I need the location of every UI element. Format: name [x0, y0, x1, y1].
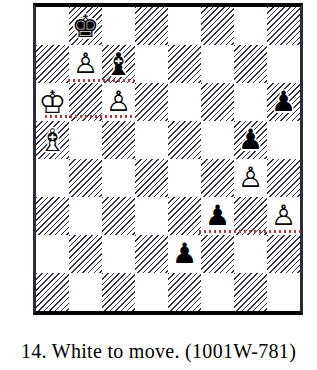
square-b4	[69, 159, 102, 197]
piece-white-pawn: ♟♙	[69, 45, 102, 83]
square-e5	[168, 121, 201, 159]
square-f6	[201, 83, 234, 121]
square-h1	[267, 273, 300, 311]
white-pawn-glyph: ♙	[106, 88, 131, 116]
square-g1	[234, 273, 267, 311]
square-g8	[234, 7, 267, 45]
square-a7	[36, 45, 69, 83]
square-a8	[36, 7, 69, 45]
chess-board-frame: ♚♚♟♙♝♝♚♔♟♙♟♟♝♗♟♟♟♙♟♟♟♙♟♟	[33, 3, 303, 315]
square-h5	[267, 121, 300, 159]
square-c7: ♝♝	[102, 45, 135, 83]
square-g5: ♟♟	[234, 121, 267, 159]
white-pawn-glyph: ♙	[271, 202, 296, 230]
square-d3	[135, 197, 168, 235]
square-h7	[267, 45, 300, 83]
black-king-glyph: ♚	[72, 11, 100, 42]
square-g6	[234, 83, 267, 121]
piece-black-king: ♚♚	[69, 7, 102, 45]
square-f1	[201, 273, 234, 311]
square-b1	[69, 273, 102, 311]
square-a5: ♝♗	[36, 121, 69, 159]
diagram-caption: 14. White to move. (1001W-781)	[0, 340, 317, 363]
white-bishop-glyph: ♗	[39, 125, 67, 156]
square-g4: ♟♙	[234, 159, 267, 197]
black-pawn-glyph: ♟	[271, 88, 296, 116]
piece-black-pawn: ♟♟	[234, 121, 267, 159]
square-e4	[168, 159, 201, 197]
square-d4	[135, 159, 168, 197]
square-g7	[234, 45, 267, 83]
square-f2	[201, 235, 234, 273]
square-a4	[36, 159, 69, 197]
square-h2	[267, 235, 300, 273]
square-c1	[102, 273, 135, 311]
square-h4	[267, 159, 300, 197]
piece-white-bishop: ♝♗	[36, 121, 69, 159]
black-pawn-glyph: ♟	[205, 202, 230, 230]
square-a2	[36, 235, 69, 273]
square-d2	[135, 235, 168, 273]
square-e3	[168, 197, 201, 235]
square-c5	[102, 121, 135, 159]
square-b2	[69, 235, 102, 273]
square-d5	[135, 121, 168, 159]
square-e6	[168, 83, 201, 121]
square-c4	[102, 159, 135, 197]
square-e7	[168, 45, 201, 83]
square-c3	[102, 197, 135, 235]
square-c2	[102, 235, 135, 273]
square-f8	[201, 7, 234, 45]
square-b7: ♟♙	[69, 45, 102, 83]
square-e8	[168, 7, 201, 45]
black-pawn-glyph: ♟	[172, 240, 197, 268]
red-squiggle-artifact-1	[68, 79, 134, 82]
piece-black-bishop: ♝♝	[102, 45, 135, 83]
white-pawn-glyph: ♙	[73, 50, 98, 78]
piece-black-pawn: ♟♟	[267, 83, 300, 121]
square-c8	[102, 7, 135, 45]
square-d1	[135, 273, 168, 311]
square-b3	[69, 197, 102, 235]
square-g2	[234, 235, 267, 273]
white-king-glyph: ♔	[39, 87, 67, 118]
chess-board: ♚♚♟♙♝♝♚♔♟♙♟♟♝♗♟♟♟♙♟♟♟♙♟♟	[36, 7, 300, 311]
white-pawn-glyph: ♙	[238, 164, 263, 192]
piece-white-pawn: ♟♙	[234, 159, 267, 197]
square-a1	[36, 273, 69, 311]
square-d6	[135, 83, 168, 121]
red-squiggle-artifact-3	[199, 230, 303, 233]
red-squiggle-artifact-2	[45, 115, 134, 118]
square-f7	[201, 45, 234, 83]
square-b5	[69, 121, 102, 159]
square-e2: ♟♟	[168, 235, 201, 273]
square-a3	[36, 197, 69, 235]
black-bishop-glyph: ♝	[105, 49, 133, 80]
square-e1	[168, 273, 201, 311]
square-h8	[267, 7, 300, 45]
square-d7	[135, 45, 168, 83]
square-b8: ♚♚	[69, 7, 102, 45]
square-h6: ♟♟	[267, 83, 300, 121]
black-pawn-glyph: ♟	[238, 126, 263, 154]
square-f5	[201, 121, 234, 159]
square-d8	[135, 7, 168, 45]
square-f4	[201, 159, 234, 197]
piece-black-pawn: ♟♟	[168, 235, 201, 273]
